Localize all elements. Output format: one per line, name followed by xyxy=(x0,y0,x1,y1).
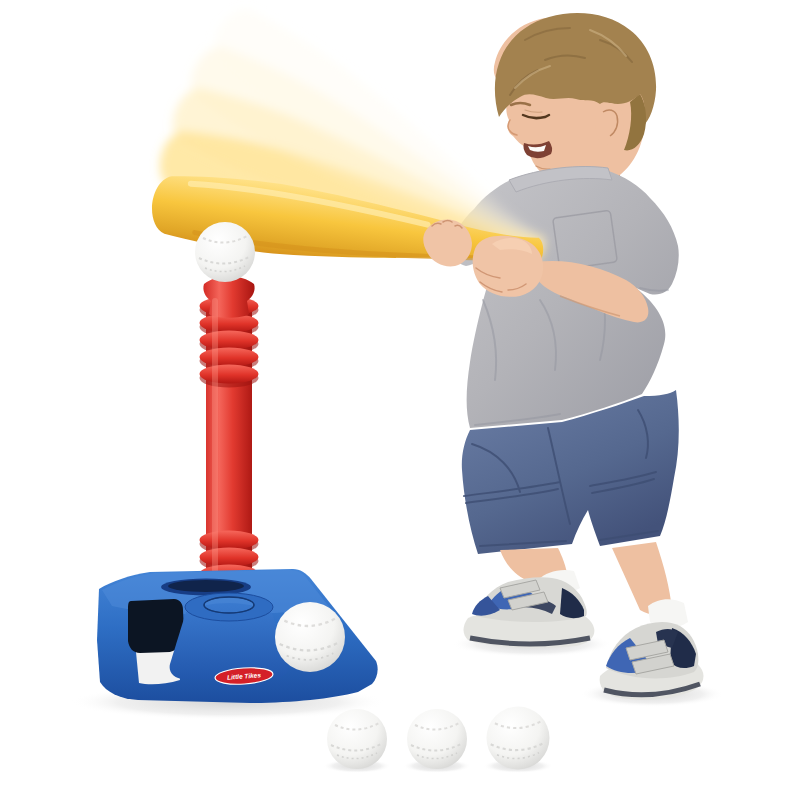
tee-cup xyxy=(203,276,254,318)
tball-scene: Little Tikes xyxy=(0,0,800,800)
floor-ball-1 xyxy=(327,709,387,769)
floor-balls xyxy=(327,707,550,770)
ball-on-tee xyxy=(195,222,255,282)
floor-ball-3 xyxy=(487,707,550,770)
ball-on-base xyxy=(275,602,345,672)
tee-socket-tower xyxy=(170,593,289,679)
base-top-slot-inner xyxy=(168,580,244,592)
base-handle-hole xyxy=(128,599,184,653)
floor-ball-2 xyxy=(407,709,467,769)
product-photo: Little Tikes xyxy=(0,0,800,800)
